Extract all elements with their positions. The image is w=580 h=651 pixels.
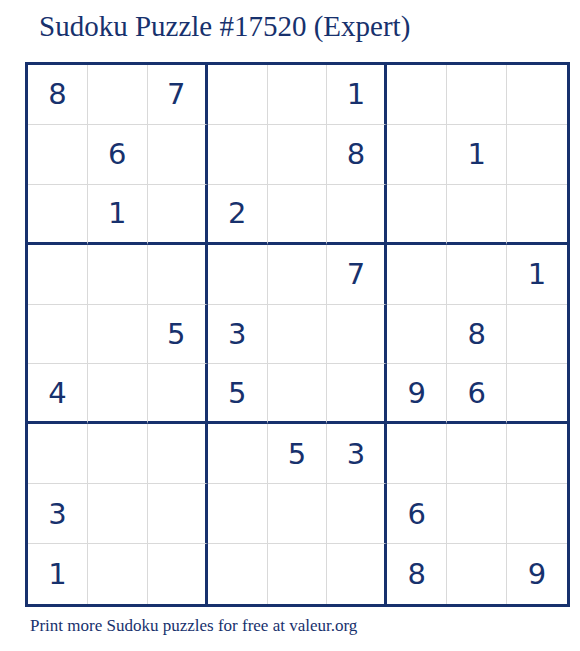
cell-r6c3-empty[interactable] bbox=[148, 364, 208, 424]
footer-text: Print more Sudoku puzzles for free at va… bbox=[30, 616, 357, 636]
cell-r1c7-empty[interactable] bbox=[387, 65, 447, 125]
cell-r2c5-empty[interactable] bbox=[268, 125, 328, 185]
cell-r6c8-given: 6 bbox=[447, 364, 507, 424]
cell-r3c5-empty[interactable] bbox=[268, 185, 328, 245]
cell-r8c8-empty[interactable] bbox=[447, 484, 507, 544]
cell-r7c8-empty[interactable] bbox=[447, 424, 507, 484]
cell-r1c9-empty[interactable] bbox=[507, 65, 567, 125]
cell-r4c5-empty[interactable] bbox=[268, 245, 328, 305]
cell-r4c7-empty[interactable] bbox=[387, 245, 447, 305]
cell-r5c8-given: 8 bbox=[447, 305, 507, 365]
cell-r2c9-empty[interactable] bbox=[507, 125, 567, 185]
cell-r4c3-empty[interactable] bbox=[148, 245, 208, 305]
cell-r2c7-empty[interactable] bbox=[387, 125, 447, 185]
cell-r2c3-empty[interactable] bbox=[148, 125, 208, 185]
cell-r3c4-given: 2 bbox=[208, 185, 268, 245]
cell-r7c7-empty[interactable] bbox=[387, 424, 447, 484]
cell-r6c5-empty[interactable] bbox=[268, 364, 328, 424]
cell-r2c6-given: 8 bbox=[327, 125, 387, 185]
cell-r6c9-empty[interactable] bbox=[507, 364, 567, 424]
cell-r5c5-empty[interactable] bbox=[268, 305, 328, 365]
cell-r9c6-empty[interactable] bbox=[327, 544, 387, 604]
cell-r8c3-empty[interactable] bbox=[148, 484, 208, 544]
cell-r6c7-given: 9 bbox=[387, 364, 447, 424]
cell-r6c6-empty[interactable] bbox=[327, 364, 387, 424]
cell-r7c1-empty[interactable] bbox=[28, 424, 88, 484]
cell-r1c2-empty[interactable] bbox=[88, 65, 148, 125]
cell-r7c2-empty[interactable] bbox=[88, 424, 148, 484]
cell-r3c9-empty[interactable] bbox=[507, 185, 567, 245]
cell-r8c9-empty[interactable] bbox=[507, 484, 567, 544]
cell-r7c4-empty[interactable] bbox=[208, 424, 268, 484]
cell-r9c9-given: 9 bbox=[507, 544, 567, 604]
cell-r8c5-empty[interactable] bbox=[268, 484, 328, 544]
cell-r5c6-empty[interactable] bbox=[327, 305, 387, 365]
page-title: Sudoku Puzzle #17520 (Expert) bbox=[39, 10, 410, 43]
cell-r5c3-given: 5 bbox=[148, 305, 208, 365]
cell-r2c4-empty[interactable] bbox=[208, 125, 268, 185]
cell-r9c5-empty[interactable] bbox=[268, 544, 328, 604]
sudoku-board: 871681127153845965336189 bbox=[25, 62, 570, 607]
cell-r9c7-given: 8 bbox=[387, 544, 447, 604]
cell-r1c6-given: 1 bbox=[327, 65, 387, 125]
cell-r7c5-given: 5 bbox=[268, 424, 328, 484]
cell-r3c2-given: 1 bbox=[88, 185, 148, 245]
cell-r7c3-empty[interactable] bbox=[148, 424, 208, 484]
cell-r4c1-empty[interactable] bbox=[28, 245, 88, 305]
cell-r8c6-empty[interactable] bbox=[327, 484, 387, 544]
cell-r5c1-empty[interactable] bbox=[28, 305, 88, 365]
cell-r6c4-given: 5 bbox=[208, 364, 268, 424]
cell-r7c9-empty[interactable] bbox=[507, 424, 567, 484]
cell-r7c6-given: 3 bbox=[327, 424, 387, 484]
cell-r3c7-empty[interactable] bbox=[387, 185, 447, 245]
cell-r3c3-empty[interactable] bbox=[148, 185, 208, 245]
cell-r2c1-empty[interactable] bbox=[28, 125, 88, 185]
cell-r1c1-given: 8 bbox=[28, 65, 88, 125]
cell-r6c1-given: 4 bbox=[28, 364, 88, 424]
cell-r4c9-given: 1 bbox=[507, 245, 567, 305]
cell-r2c8-given: 1 bbox=[447, 125, 507, 185]
cell-r9c1-given: 1 bbox=[28, 544, 88, 604]
cell-r3c1-empty[interactable] bbox=[28, 185, 88, 245]
cell-r9c3-empty[interactable] bbox=[148, 544, 208, 604]
cell-r5c9-empty[interactable] bbox=[507, 305, 567, 365]
cell-r8c4-empty[interactable] bbox=[208, 484, 268, 544]
cell-r3c8-empty[interactable] bbox=[447, 185, 507, 245]
cell-r4c4-empty[interactable] bbox=[208, 245, 268, 305]
cell-r1c8-empty[interactable] bbox=[447, 65, 507, 125]
cell-r4c2-empty[interactable] bbox=[88, 245, 148, 305]
cell-r8c2-empty[interactable] bbox=[88, 484, 148, 544]
cell-r3c6-empty[interactable] bbox=[327, 185, 387, 245]
cell-r5c2-empty[interactable] bbox=[88, 305, 148, 365]
cell-r4c6-given: 7 bbox=[327, 245, 387, 305]
cell-r9c4-empty[interactable] bbox=[208, 544, 268, 604]
cell-r2c2-given: 6 bbox=[88, 125, 148, 185]
cell-r1c5-empty[interactable] bbox=[268, 65, 328, 125]
cell-r5c4-given: 3 bbox=[208, 305, 268, 365]
cell-r6c2-empty[interactable] bbox=[88, 364, 148, 424]
cell-r8c7-given: 6 bbox=[387, 484, 447, 544]
cell-r5c7-empty[interactable] bbox=[387, 305, 447, 365]
page: Sudoku Puzzle #17520 (Expert) 8716811271… bbox=[0, 0, 580, 651]
cell-r9c2-empty[interactable] bbox=[88, 544, 148, 604]
cell-r9c8-empty[interactable] bbox=[447, 544, 507, 604]
cell-r1c3-given: 7 bbox=[148, 65, 208, 125]
cell-r1c4-empty[interactable] bbox=[208, 65, 268, 125]
cell-r4c8-empty[interactable] bbox=[447, 245, 507, 305]
cell-r8c1-given: 3 bbox=[28, 484, 88, 544]
